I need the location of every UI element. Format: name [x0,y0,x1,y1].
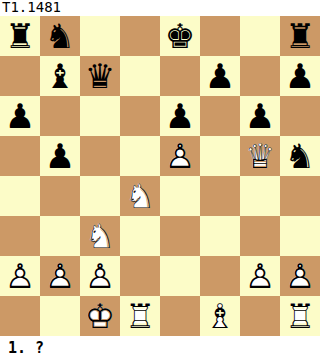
square-c2[interactable]: ♟♙ [80,256,120,296]
piece-white-pawn[interactable]: ♟♙ [80,256,120,296]
square-g1[interactable] [240,296,280,336]
square-f4[interactable] [200,176,240,216]
piece-outline-layer: ♖ [120,296,160,336]
square-g4[interactable] [240,176,280,216]
piece-white-pawn[interactable]: ♟♙ [0,256,40,296]
piece-glyph: ♞ [40,16,80,56]
piece-glyph: ♟ [160,96,200,136]
piece-glyph: ♜ [0,16,40,56]
square-f3[interactable] [200,216,240,256]
square-d8[interactable] [120,16,160,56]
square-b6[interactable] [40,96,80,136]
piece-glyph: ♟ [200,56,240,96]
piece-white-bishop[interactable]: ♝♗ [200,296,240,336]
piece-outline-layer: ♔ [80,296,120,336]
square-c7[interactable]: ♛ [80,56,120,96]
piece-white-knight[interactable]: ♞♘ [80,216,120,256]
piece-black-knight[interactable]: ♞ [280,136,320,176]
square-b4[interactable] [40,176,80,216]
square-e5[interactable]: ♟♙ [160,136,200,176]
piece-outline-layer: ♙ [0,256,40,296]
square-e8[interactable]: ♚ [160,16,200,56]
square-f1[interactable]: ♝♗ [200,296,240,336]
piece-outline-layer: ♙ [160,136,200,176]
square-f7[interactable]: ♟ [200,56,240,96]
piece-glyph: ♟ [0,96,40,136]
piece-black-rook[interactable]: ♜ [280,16,320,56]
piece-black-pawn[interactable]: ♟ [280,56,320,96]
square-d3[interactable] [120,216,160,256]
square-d1[interactable]: ♜♖ [120,296,160,336]
chess-board: ♜♞♚♜♝♛♟♟♟♟♟♟♟♙♛♕♞♞♘♞♘♟♙♟♙♟♙♟♙♟♙♚♔♜♖♝♗♜♖ [0,16,320,336]
piece-outline-layer: ♙ [40,256,80,296]
piece-white-rook[interactable]: ♜♖ [280,296,320,336]
square-h1[interactable]: ♜♖ [280,296,320,336]
piece-white-pawn[interactable]: ♟♙ [40,256,80,296]
move-prompt: 1. ? [0,336,320,360]
square-h8[interactable]: ♜ [280,16,320,56]
square-e6[interactable]: ♟ [160,96,200,136]
piece-black-king[interactable]: ♚ [160,16,200,56]
square-d4[interactable]: ♞♘ [120,176,160,216]
piece-white-pawn[interactable]: ♟♙ [160,136,200,176]
piece-outline-layer: ♘ [80,216,120,256]
square-e7[interactable] [160,56,200,96]
square-f6[interactable] [200,96,240,136]
square-d7[interactable] [120,56,160,96]
piece-glyph: ♟ [280,56,320,96]
piece-glyph: ♟ [40,136,80,176]
piece-white-king[interactable]: ♚♔ [80,296,120,336]
piece-white-rook[interactable]: ♜♖ [120,296,160,336]
square-h4[interactable] [280,176,320,216]
square-a5[interactable] [0,136,40,176]
piece-black-pawn[interactable]: ♟ [40,136,80,176]
square-e4[interactable] [160,176,200,216]
piece-black-pawn[interactable]: ♟ [0,96,40,136]
square-b7[interactable]: ♝ [40,56,80,96]
piece-glyph: ♚ [160,16,200,56]
square-b1[interactable] [40,296,80,336]
square-b8[interactable]: ♞ [40,16,80,56]
square-a2[interactable]: ♟♙ [0,256,40,296]
square-h6[interactable] [280,96,320,136]
square-c1[interactable]: ♚♔ [80,296,120,336]
piece-outline-layer: ♙ [280,256,320,296]
square-g6[interactable]: ♟ [240,96,280,136]
square-b3[interactable] [40,216,80,256]
square-g7[interactable] [240,56,280,96]
square-h5[interactable]: ♞ [280,136,320,176]
square-g2[interactable]: ♟♙ [240,256,280,296]
piece-glyph: ♜ [280,16,320,56]
square-f2[interactable] [200,256,240,296]
square-e1[interactable] [160,296,200,336]
square-g3[interactable] [240,216,280,256]
square-e2[interactable] [160,256,200,296]
piece-black-bishop[interactable]: ♝ [40,56,80,96]
square-g5[interactable]: ♛♕ [240,136,280,176]
square-d2[interactable] [120,256,160,296]
piece-glyph: ♛ [80,56,120,96]
piece-white-queen[interactable]: ♛♕ [240,136,280,176]
piece-glyph: ♟ [240,96,280,136]
square-h3[interactable] [280,216,320,256]
square-d6[interactable] [120,96,160,136]
square-a4[interactable] [0,176,40,216]
square-h2[interactable]: ♟♙ [280,256,320,296]
square-a8[interactable]: ♜ [0,16,40,56]
square-b2[interactable]: ♟♙ [40,256,80,296]
square-a1[interactable] [0,296,40,336]
square-g8[interactable] [240,16,280,56]
piece-outline-layer: ♙ [80,256,120,296]
piece-glyph: ♝ [40,56,80,96]
square-a3[interactable] [0,216,40,256]
piece-white-pawn[interactable]: ♟♙ [240,256,280,296]
square-e3[interactable] [160,216,200,256]
piece-outline-layer: ♗ [200,296,240,336]
square-f8[interactable] [200,16,240,56]
square-h7[interactable]: ♟ [280,56,320,96]
square-c4[interactable] [80,176,120,216]
piece-black-pawn[interactable]: ♟ [240,96,280,136]
square-c3[interactable]: ♞♘ [80,216,120,256]
piece-white-pawn[interactable]: ♟♙ [280,256,320,296]
piece-glyph: ♞ [280,136,320,176]
piece-outline-layer: ♘ [120,176,160,216]
square-a6[interactable]: ♟ [0,96,40,136]
piece-black-knight[interactable]: ♞ [40,16,80,56]
square-c6[interactable] [80,96,120,136]
piece-black-pawn[interactable]: ♟ [160,96,200,136]
piece-black-queen[interactable]: ♛ [80,56,120,96]
square-c8[interactable] [80,16,120,56]
piece-outline-layer: ♕ [240,136,280,176]
piece-white-knight[interactable]: ♞♘ [120,176,160,216]
square-a7[interactable] [0,56,40,96]
piece-black-rook[interactable]: ♜ [0,16,40,56]
piece-outline-layer: ♙ [240,256,280,296]
square-c5[interactable] [80,136,120,176]
square-b5[interactable]: ♟ [40,136,80,176]
square-d5[interactable] [120,136,160,176]
puzzle-id: T1.1481 [0,0,320,16]
piece-outline-layer: ♖ [280,296,320,336]
square-f5[interactable] [200,136,240,176]
piece-black-pawn[interactable]: ♟ [200,56,240,96]
